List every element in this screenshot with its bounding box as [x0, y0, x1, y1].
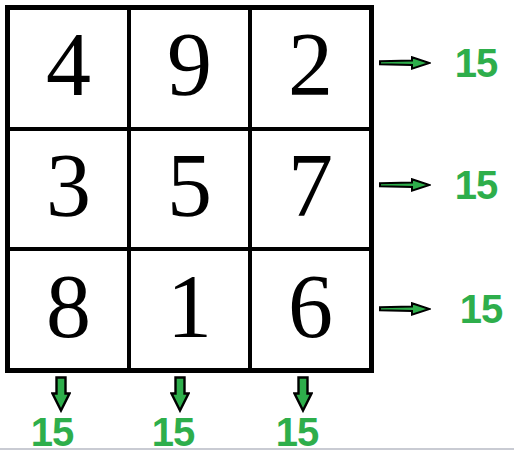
col1-sum-label: 15 — [20, 412, 84, 452]
row1-sum-label: 15 — [444, 41, 508, 85]
col3-sum-label: 15 — [265, 412, 329, 452]
cell-r2c1: 3 — [10, 131, 127, 248]
bottom-divider — [0, 448, 514, 450]
arrow-down-icon-col3 — [293, 376, 313, 413]
arrow-right-icon-row1 — [379, 56, 431, 70]
col2-sum-label: 15 — [141, 412, 205, 452]
cell-r1c3: 2 — [252, 10, 369, 127]
row3-sum-label: 15 — [449, 287, 513, 331]
cell-r1c2: 9 — [131, 10, 248, 127]
cell-r3c2: 1 — [131, 251, 248, 368]
cell-r1c1: 4 — [10, 10, 127, 127]
cell-r3c1: 8 — [10, 251, 127, 368]
cell-r2c3: 7 — [252, 131, 369, 248]
arrow-right-icon-row2 — [379, 178, 431, 192]
magic-square-diagram: 4 9 2 3 5 7 8 1 6 15 15 15 15 15 15 — [0, 0, 514, 454]
arrow-down-icon-col2 — [170, 376, 190, 413]
arrow-down-icon-col1 — [51, 376, 71, 413]
cell-r3c3: 6 — [252, 251, 369, 368]
magic-square-board: 4 9 2 3 5 7 8 1 6 — [5, 5, 374, 373]
arrow-right-icon-row3 — [379, 302, 431, 316]
row2-sum-label: 15 — [444, 163, 508, 207]
cell-r2c2: 5 — [131, 131, 248, 248]
